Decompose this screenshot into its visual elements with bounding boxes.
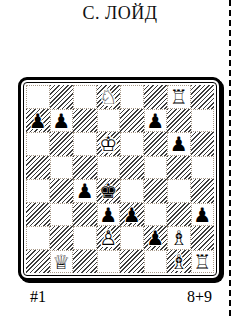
square-d7 [97, 109, 121, 133]
square-g4 [167, 179, 191, 203]
square-b8 [50, 85, 74, 109]
square-c1 [73, 250, 97, 274]
square-c5 [73, 156, 97, 180]
square-f1 [144, 250, 168, 274]
square-f4 [144, 179, 168, 203]
square-b2 [50, 226, 74, 250]
square-e2 [120, 226, 144, 250]
square-d1 [97, 250, 121, 274]
square-d5 [97, 156, 121, 180]
square-a8 [26, 85, 50, 109]
square-c3 [73, 203, 97, 227]
square-a2 [26, 226, 50, 250]
chess-board-frame: ♞♘♜♖♟♟♟♚♔♟♟♚♟♟♟♟♙♟♝♗♛♕♝♗♜♖ [18, 77, 222, 281]
square-g3 [167, 203, 191, 227]
square-g5 [167, 156, 191, 180]
square-h6 [191, 132, 215, 156]
square-b6 [50, 132, 74, 156]
square-e4 [120, 179, 144, 203]
square-b1: ♛♕ [50, 250, 74, 274]
square-g1: ♝♗ [167, 250, 191, 274]
square-d8: ♞♘ [97, 85, 121, 109]
piece-count-label: 8+9 [187, 288, 212, 306]
square-h1: ♜♖ [191, 250, 215, 274]
square-c2 [73, 226, 97, 250]
square-e6 [120, 132, 144, 156]
square-d3: ♟ [97, 203, 121, 227]
square-c7 [73, 109, 97, 133]
square-d4: ♚ [97, 179, 121, 203]
square-a6 [26, 132, 50, 156]
square-h7 [191, 109, 215, 133]
square-e8 [120, 85, 144, 109]
square-g7 [167, 109, 191, 133]
square-a5 [26, 156, 50, 180]
square-a7: ♟ [26, 109, 50, 133]
square-f3 [144, 203, 168, 227]
square-f6 [144, 132, 168, 156]
square-b7: ♟ [50, 109, 74, 133]
stipulation-label: #1 [30, 288, 46, 306]
square-b4 [50, 179, 74, 203]
composer-title: С. ЛОЙД [0, 3, 240, 24]
square-c8 [73, 85, 97, 109]
square-g2: ♝♗ [167, 226, 191, 250]
square-f2: ♟ [144, 226, 168, 250]
square-f8 [144, 85, 168, 109]
chess-board-inner-frame: ♞♘♜♖♟♟♟♚♔♟♟♚♟♟♟♟♙♟♝♗♛♕♝♗♜♖ [23, 82, 217, 276]
square-e7 [120, 109, 144, 133]
chess-board: ♞♘♜♖♟♟♟♚♔♟♟♚♟♟♟♟♙♟♝♗♛♕♝♗♜♖ [26, 85, 214, 273]
square-c6 [73, 132, 97, 156]
square-h2 [191, 226, 215, 250]
page-crop-dashed-line [229, 0, 231, 316]
square-b3 [50, 203, 74, 227]
square-g8: ♜♖ [167, 85, 191, 109]
square-f5 [144, 156, 168, 180]
diagram-caption: #1 8+9 [18, 288, 222, 306]
square-h5 [191, 156, 215, 180]
square-e3: ♟ [120, 203, 144, 227]
square-b5 [50, 156, 74, 180]
square-h4 [191, 179, 215, 203]
square-h8 [191, 85, 215, 109]
square-d2: ♟♙ [97, 226, 121, 250]
square-g6: ♟ [167, 132, 191, 156]
square-a4 [26, 179, 50, 203]
square-c4: ♟ [73, 179, 97, 203]
square-d6: ♚♔ [97, 132, 121, 156]
square-e5 [120, 156, 144, 180]
square-f7: ♟ [144, 109, 168, 133]
square-a1 [26, 250, 50, 274]
square-e1 [120, 250, 144, 274]
square-a3 [26, 203, 50, 227]
square-h3: ♟ [191, 203, 215, 227]
